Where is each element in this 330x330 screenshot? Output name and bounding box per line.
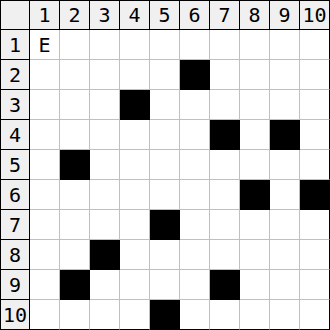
cell-r5-c3[interactable]	[90, 150, 120, 180]
cell-r2-c7[interactable]	[210, 60, 240, 90]
cell-r4-c1[interactable]	[30, 120, 60, 150]
cell-r10-c6[interactable]	[180, 300, 210, 330]
blocked-cell-r10-c5[interactable]	[150, 300, 180, 330]
cell-r9-c1[interactable]	[30, 270, 60, 300]
corner-cell	[0, 0, 30, 30]
cell-r9-c5[interactable]	[150, 270, 180, 300]
blocked-cell-r6-c8[interactable]	[240, 180, 270, 210]
cell-r5-c5[interactable]	[150, 150, 180, 180]
row-header-4: 4	[0, 120, 30, 150]
cell-r5-c4[interactable]	[120, 150, 150, 180]
cell-r2-c5[interactable]	[150, 60, 180, 90]
cell-r10-c7[interactable]	[210, 300, 240, 330]
cell-r10-c9[interactable]	[270, 300, 300, 330]
blocked-cell-r9-c2[interactable]	[60, 270, 90, 300]
cell-r6-c3[interactable]	[90, 180, 120, 210]
cell-r3-c5[interactable]	[150, 90, 180, 120]
cell-r6-c2[interactable]	[60, 180, 90, 210]
cell-r3-c7[interactable]	[210, 90, 240, 120]
cell-r4-c6[interactable]	[180, 120, 210, 150]
blocked-cell-r3-c4[interactable]	[120, 90, 150, 120]
cell-r2-c8[interactable]	[240, 60, 270, 90]
col-header-3: 3	[90, 0, 120, 30]
cell-r8-c8[interactable]	[240, 240, 270, 270]
blocked-cell-r7-c5[interactable]	[150, 210, 180, 240]
cell-r4-c5[interactable]	[150, 120, 180, 150]
cell-r6-c7[interactable]	[210, 180, 240, 210]
row-header-9: 9	[0, 270, 30, 300]
col-header-9: 9	[270, 0, 300, 30]
cell-r10-c4[interactable]	[120, 300, 150, 330]
cell-r2-c3[interactable]	[90, 60, 120, 90]
cell-r7-c6[interactable]	[180, 210, 210, 240]
blocked-cell-r4-c7[interactable]	[210, 120, 240, 150]
cell-r2-c4[interactable]	[120, 60, 150, 90]
cell-r7-c1[interactable]	[30, 210, 60, 240]
cell-r3-c10[interactable]	[300, 90, 330, 120]
cell-r7-c9[interactable]	[270, 210, 300, 240]
blocked-cell-r9-c7[interactable]	[210, 270, 240, 300]
cell-r1-c3[interactable]	[90, 30, 120, 60]
cell-r3-c2[interactable]	[60, 90, 90, 120]
row-header-7: 7	[0, 210, 30, 240]
row-header-5: 5	[0, 150, 30, 180]
cell-r9-c3[interactable]	[90, 270, 120, 300]
cell-r9-c4[interactable]	[120, 270, 150, 300]
cell-r2-c9[interactable]	[270, 60, 300, 90]
cell-r8-c10[interactable]	[300, 240, 330, 270]
cell-r5-c8[interactable]	[240, 150, 270, 180]
row-header-6: 6	[0, 180, 30, 210]
cell-r1-c8[interactable]	[240, 30, 270, 60]
cell-r2-c1[interactable]	[30, 60, 60, 90]
cell-r1-c4[interactable]	[120, 30, 150, 60]
cell-r6-c5[interactable]	[150, 180, 180, 210]
row-header-2: 2	[0, 60, 30, 90]
cell-r7-c8[interactable]	[240, 210, 270, 240]
cell-r9-c8[interactable]	[240, 270, 270, 300]
col-header-7: 7	[210, 0, 240, 30]
cell-r1-c1[interactable]: E	[30, 30, 60, 60]
cell-r5-c7[interactable]	[210, 150, 240, 180]
cell-r1-c9[interactable]	[270, 30, 300, 60]
cell-r8-c2[interactable]	[60, 240, 90, 270]
cell-r5-c10[interactable]	[300, 150, 330, 180]
cell-r10-c3[interactable]	[90, 300, 120, 330]
cell-r4-c10[interactable]	[300, 120, 330, 150]
cell-r3-c8[interactable]	[240, 90, 270, 120]
cell-r4-c8[interactable]	[240, 120, 270, 150]
cell-r8-c7[interactable]	[210, 240, 240, 270]
col-header-5: 5	[150, 0, 180, 30]
cell-r5-c1[interactable]	[30, 150, 60, 180]
blocked-cell-r4-c9[interactable]	[270, 120, 300, 150]
cell-r1-c5[interactable]	[150, 30, 180, 60]
cell-r4-c4[interactable]	[120, 120, 150, 150]
col-header-10: 10	[300, 0, 330, 30]
cell-r3-c9[interactable]	[270, 90, 300, 120]
cell-r8-c5[interactable]	[150, 240, 180, 270]
col-header-1: 1	[30, 0, 60, 30]
puzzle-board: 123456789101E2345678910	[0, 0, 330, 330]
cell-r4-c3[interactable]	[90, 120, 120, 150]
cell-r5-c6[interactable]	[180, 150, 210, 180]
cell-r2-c2[interactable]	[60, 60, 90, 90]
cell-r7-c4[interactable]	[120, 210, 150, 240]
cell-r7-c7[interactable]	[210, 210, 240, 240]
blocked-cell-r6-c10[interactable]	[300, 180, 330, 210]
cell-r2-c10[interactable]	[300, 60, 330, 90]
cell-r10-c1[interactable]	[30, 300, 60, 330]
cell-r7-c2[interactable]	[60, 210, 90, 240]
cell-r4-c2[interactable]	[60, 120, 90, 150]
row-header-3: 3	[0, 90, 30, 120]
cell-r1-c2[interactable]	[60, 30, 90, 60]
row-header-10: 10	[0, 300, 30, 330]
row-header-8: 8	[0, 240, 30, 270]
cell-r5-c9[interactable]	[270, 150, 300, 180]
col-header-4: 4	[120, 0, 150, 30]
blocked-cell-r2-c6[interactable]	[180, 60, 210, 90]
cell-r8-c1[interactable]	[30, 240, 60, 270]
cell-r8-c9[interactable]	[270, 240, 300, 270]
blocked-cell-r8-c3[interactable]	[90, 240, 120, 270]
cell-r7-c10[interactable]	[300, 210, 330, 240]
cell-r1-c6[interactable]	[180, 30, 210, 60]
cell-r6-c4[interactable]	[120, 180, 150, 210]
cell-r3-c3[interactable]	[90, 90, 120, 120]
cell-r3-c1[interactable]	[30, 90, 60, 120]
cell-r10-c10[interactable]	[300, 300, 330, 330]
col-header-8: 8	[240, 0, 270, 30]
cell-r9-c10[interactable]	[300, 270, 330, 300]
col-header-2: 2	[60, 0, 90, 30]
cell-r3-c6[interactable]	[180, 90, 210, 120]
cell-r10-c2[interactable]	[60, 300, 90, 330]
cell-r9-c9[interactable]	[270, 270, 300, 300]
cell-r8-c6[interactable]	[180, 240, 210, 270]
cell-r8-c4[interactable]	[120, 240, 150, 270]
cell-r6-c1[interactable]	[30, 180, 60, 210]
cell-r9-c6[interactable]	[180, 270, 210, 300]
blocked-cell-r5-c2[interactable]	[60, 150, 90, 180]
row-header-1: 1	[0, 30, 30, 60]
cell-r1-c7[interactable]	[210, 30, 240, 60]
cell-r6-c6[interactable]	[180, 180, 210, 210]
cell-r10-c8[interactable]	[240, 300, 270, 330]
cell-r1-c10[interactable]	[300, 30, 330, 60]
cell-r7-c3[interactable]	[90, 210, 120, 240]
col-header-6: 6	[180, 0, 210, 30]
cell-r6-c9[interactable]	[270, 180, 300, 210]
